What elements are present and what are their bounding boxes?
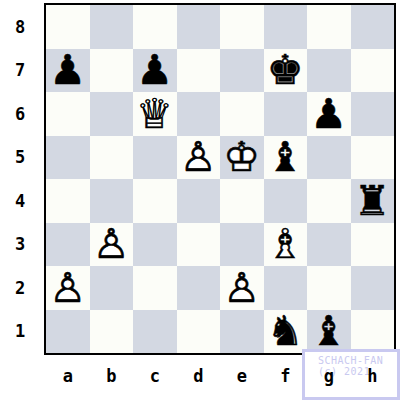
square-b1[interactable] xyxy=(90,310,134,354)
rank-label-8: 8 xyxy=(0,5,40,49)
file-label-h: h xyxy=(351,355,395,397)
square-g5[interactable] xyxy=(307,136,351,180)
piece-white-pawn-a2[interactable]: ♟♙ xyxy=(46,266,90,310)
square-c8[interactable] xyxy=(133,5,177,49)
square-g2[interactable] xyxy=(307,266,351,310)
square-h3[interactable] xyxy=(351,223,395,267)
piece-white-pawn-d5[interactable]: ♟♙ xyxy=(177,136,221,180)
rank-label-6: 6 xyxy=(0,92,40,136)
rank-label-7: 7 xyxy=(0,49,40,93)
square-d3[interactable] xyxy=(177,223,221,267)
square-a1[interactable] xyxy=(46,310,90,354)
square-a5[interactable] xyxy=(46,136,90,180)
piece-black-bishop-g1[interactable]: ♝ xyxy=(307,310,351,354)
square-b2[interactable] xyxy=(90,266,134,310)
piece-white-bishop-f3[interactable]: ♝♗ xyxy=(264,223,308,267)
piece-white-queen-c6[interactable]: ♛♕ xyxy=(133,92,177,136)
square-f8[interactable] xyxy=(264,5,308,49)
square-e3[interactable] xyxy=(220,223,264,267)
square-c1[interactable] xyxy=(133,310,177,354)
square-b8[interactable] xyxy=(90,5,134,49)
square-d5[interactable]: ♟♙ xyxy=(177,136,221,180)
file-label-d: d xyxy=(177,355,221,397)
square-f2[interactable] xyxy=(264,266,308,310)
square-c4[interactable] xyxy=(133,179,177,223)
square-e4[interactable] xyxy=(220,179,264,223)
white-king-outline-glyph: ♔ xyxy=(220,136,264,180)
square-c7[interactable]: ♟ xyxy=(133,49,177,93)
piece-black-bishop-f5[interactable]: ♝ xyxy=(264,136,308,180)
square-a6[interactable] xyxy=(46,92,90,136)
black-bishop-glyph: ♝ xyxy=(307,310,351,354)
square-c5[interactable] xyxy=(133,136,177,180)
square-d2[interactable] xyxy=(177,266,221,310)
square-f7[interactable]: ♚ xyxy=(264,49,308,93)
file-label-a: a xyxy=(46,355,90,397)
file-label-b: b xyxy=(90,355,134,397)
piece-black-rook-h4[interactable]: ♜ xyxy=(351,179,395,223)
square-e5[interactable]: ♚♔ xyxy=(220,136,264,180)
square-g3[interactable] xyxy=(307,223,351,267)
rank-label-3: 3 xyxy=(0,223,40,267)
square-e7[interactable] xyxy=(220,49,264,93)
square-c3[interactable] xyxy=(133,223,177,267)
black-king-glyph: ♚ xyxy=(264,49,308,93)
square-b6[interactable] xyxy=(90,92,134,136)
white-pawn-outline-glyph: ♙ xyxy=(220,266,264,310)
square-e1[interactable] xyxy=(220,310,264,354)
square-h1[interactable] xyxy=(351,310,395,354)
square-f6[interactable] xyxy=(264,92,308,136)
black-bishop-glyph: ♝ xyxy=(264,136,308,180)
square-e2[interactable]: ♟♙ xyxy=(220,266,264,310)
square-b7[interactable] xyxy=(90,49,134,93)
file-labels: abcdefgh xyxy=(46,355,394,397)
square-e8[interactable] xyxy=(220,5,264,49)
piece-black-pawn-a7[interactable]: ♟ xyxy=(46,49,90,93)
square-f1[interactable]: ♞ xyxy=(264,310,308,354)
square-h4[interactable]: ♜ xyxy=(351,179,395,223)
square-a8[interactable] xyxy=(46,5,90,49)
square-h8[interactable] xyxy=(351,5,395,49)
square-b3[interactable]: ♟♙ xyxy=(90,223,134,267)
white-bishop-outline-glyph: ♗ xyxy=(264,223,308,267)
square-g1[interactable]: ♝ xyxy=(307,310,351,354)
piece-white-king-e5[interactable]: ♚♔ xyxy=(220,136,264,180)
square-h7[interactable] xyxy=(351,49,395,93)
square-g6[interactable]: ♟ xyxy=(307,92,351,136)
white-pawn-outline-glyph: ♙ xyxy=(46,266,90,310)
square-f5[interactable]: ♝ xyxy=(264,136,308,180)
rank-labels: 87654321 xyxy=(0,5,40,353)
square-c6[interactable]: ♛♕ xyxy=(133,92,177,136)
square-f3[interactable]: ♝♗ xyxy=(264,223,308,267)
file-label-g: g xyxy=(307,355,351,397)
rank-label-4: 4 xyxy=(0,179,40,223)
square-d7[interactable] xyxy=(177,49,221,93)
square-d4[interactable] xyxy=(177,179,221,223)
white-pawn-outline-glyph: ♙ xyxy=(90,223,134,267)
rank-label-5: 5 xyxy=(0,136,40,180)
square-a3[interactable] xyxy=(46,223,90,267)
square-d1[interactable] xyxy=(177,310,221,354)
square-a7[interactable]: ♟ xyxy=(46,49,90,93)
square-a2[interactable]: ♟♙ xyxy=(46,266,90,310)
square-d8[interactable] xyxy=(177,5,221,49)
square-d6[interactable] xyxy=(177,92,221,136)
square-b4[interactable] xyxy=(90,179,134,223)
square-h2[interactable] xyxy=(351,266,395,310)
piece-white-pawn-e2[interactable]: ♟♙ xyxy=(220,266,264,310)
file-label-f: f xyxy=(264,355,308,397)
square-h5[interactable] xyxy=(351,136,395,180)
rank-label-2: 2 xyxy=(0,266,40,310)
square-e6[interactable] xyxy=(220,92,264,136)
file-label-e: e xyxy=(220,355,264,397)
black-pawn-glyph: ♟ xyxy=(46,49,90,93)
black-pawn-glyph: ♟ xyxy=(307,92,351,136)
square-a4[interactable] xyxy=(46,179,90,223)
piece-black-pawn-g6[interactable]: ♟ xyxy=(307,92,351,136)
black-rook-glyph: ♜ xyxy=(351,179,395,223)
rank-label-1: 1 xyxy=(0,310,40,354)
chess-board[interactable]: ♟♟♚♛♕♟♟♙♚♔♝♜♟♙♝♗♟♙♟♙♞♝ xyxy=(44,3,396,355)
white-pawn-outline-glyph: ♙ xyxy=(177,136,221,180)
square-g7[interactable] xyxy=(307,49,351,93)
white-queen-outline-glyph: ♕ xyxy=(133,92,177,136)
square-f4[interactable] xyxy=(264,179,308,223)
black-knight-glyph: ♞ xyxy=(264,310,308,354)
piece-black-knight-f1[interactable]: ♞ xyxy=(264,310,308,354)
square-g8[interactable] xyxy=(307,5,351,49)
square-b5[interactable] xyxy=(90,136,134,180)
square-g4[interactable] xyxy=(307,179,351,223)
square-c2[interactable] xyxy=(133,266,177,310)
piece-black-pawn-c7[interactable]: ♟ xyxy=(133,49,177,93)
piece-white-pawn-b3[interactable]: ♟♙ xyxy=(90,223,134,267)
file-label-c: c xyxy=(133,355,177,397)
piece-black-king-f7[interactable]: ♚ xyxy=(264,49,308,93)
square-h6[interactable] xyxy=(351,92,395,136)
black-pawn-glyph: ♟ xyxy=(133,49,177,93)
